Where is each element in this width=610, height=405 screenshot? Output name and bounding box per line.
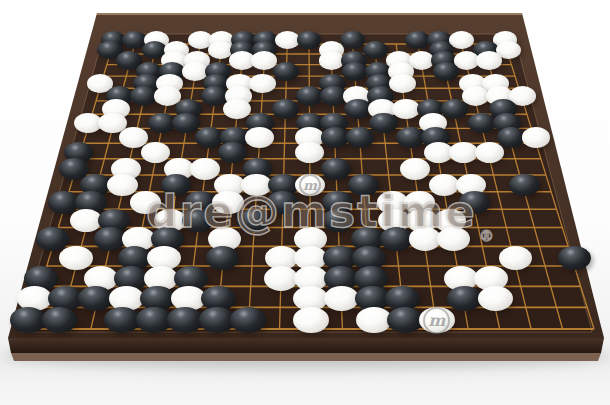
stone-white[interactable] bbox=[295, 142, 324, 163]
stone-white[interactable] bbox=[389, 74, 416, 93]
stone-black[interactable] bbox=[297, 31, 322, 49]
stone-white[interactable] bbox=[499, 246, 532, 270]
stone-black[interactable] bbox=[206, 246, 239, 270]
watermark-text: dre@mstime® bbox=[146, 190, 494, 234]
stone-white[interactable] bbox=[107, 174, 138, 196]
stone-black[interactable] bbox=[130, 86, 157, 106]
stone-white[interactable] bbox=[400, 158, 430, 180]
stone-black[interactable] bbox=[441, 99, 469, 119]
stone-black[interactable] bbox=[201, 86, 228, 106]
stone-white[interactable] bbox=[249, 74, 276, 93]
stone-black[interactable] bbox=[167, 307, 203, 333]
stone-black[interactable] bbox=[363, 41, 388, 59]
stone-black[interactable] bbox=[136, 307, 172, 333]
go-stock-photo-scene: mm dre@mstime® bbox=[0, 0, 610, 405]
watermark-logo-icon: m bbox=[423, 307, 450, 334]
stone-black[interactable] bbox=[218, 142, 247, 163]
stone-white[interactable] bbox=[223, 99, 251, 119]
stone-black[interactable] bbox=[321, 158, 351, 180]
stone-black[interactable] bbox=[558, 246, 591, 270]
stone-black[interactable] bbox=[369, 113, 397, 134]
stone-white[interactable] bbox=[324, 286, 359, 312]
stone-black[interactable] bbox=[296, 86, 323, 106]
stone-black[interactable] bbox=[199, 307, 235, 333]
stone-white[interactable] bbox=[476, 51, 502, 70]
stone-white[interactable] bbox=[293, 307, 329, 333]
stone-black[interactable] bbox=[230, 307, 266, 333]
stone-black[interactable] bbox=[433, 62, 459, 81]
stone-white[interactable] bbox=[264, 266, 298, 291]
stone-black[interactable] bbox=[10, 307, 46, 333]
registered-trademark-icon: ® bbox=[479, 229, 494, 244]
stone-white[interactable] bbox=[356, 307, 392, 333]
stone-black[interactable] bbox=[104, 307, 140, 333]
stone-black[interactable] bbox=[340, 31, 365, 49]
stone-black[interactable] bbox=[42, 307, 78, 333]
stone-white[interactable] bbox=[522, 127, 551, 148]
stone-black[interactable] bbox=[36, 227, 69, 251]
stone-white[interactable] bbox=[478, 286, 513, 312]
stone-white[interactable] bbox=[59, 246, 92, 270]
stone-white[interactable] bbox=[190, 158, 220, 180]
stone-black[interactable] bbox=[273, 62, 299, 81]
stone-white[interactable] bbox=[141, 142, 170, 163]
stone-black[interactable] bbox=[321, 127, 350, 148]
stone-black[interactable] bbox=[509, 174, 540, 196]
stone-black[interactable] bbox=[447, 286, 482, 312]
stone-black[interactable] bbox=[172, 113, 200, 134]
stone-black[interactable] bbox=[387, 307, 423, 333]
stone-white[interactable] bbox=[475, 142, 504, 163]
stone-white[interactable] bbox=[392, 99, 420, 119]
stone-white[interactable] bbox=[275, 31, 300, 49]
stone-black[interactable] bbox=[468, 113, 496, 134]
stone-black[interactable] bbox=[272, 99, 300, 119]
stone-white[interactable] bbox=[245, 127, 274, 148]
stone-black[interactable] bbox=[497, 127, 526, 148]
stone-black[interactable] bbox=[346, 127, 375, 148]
